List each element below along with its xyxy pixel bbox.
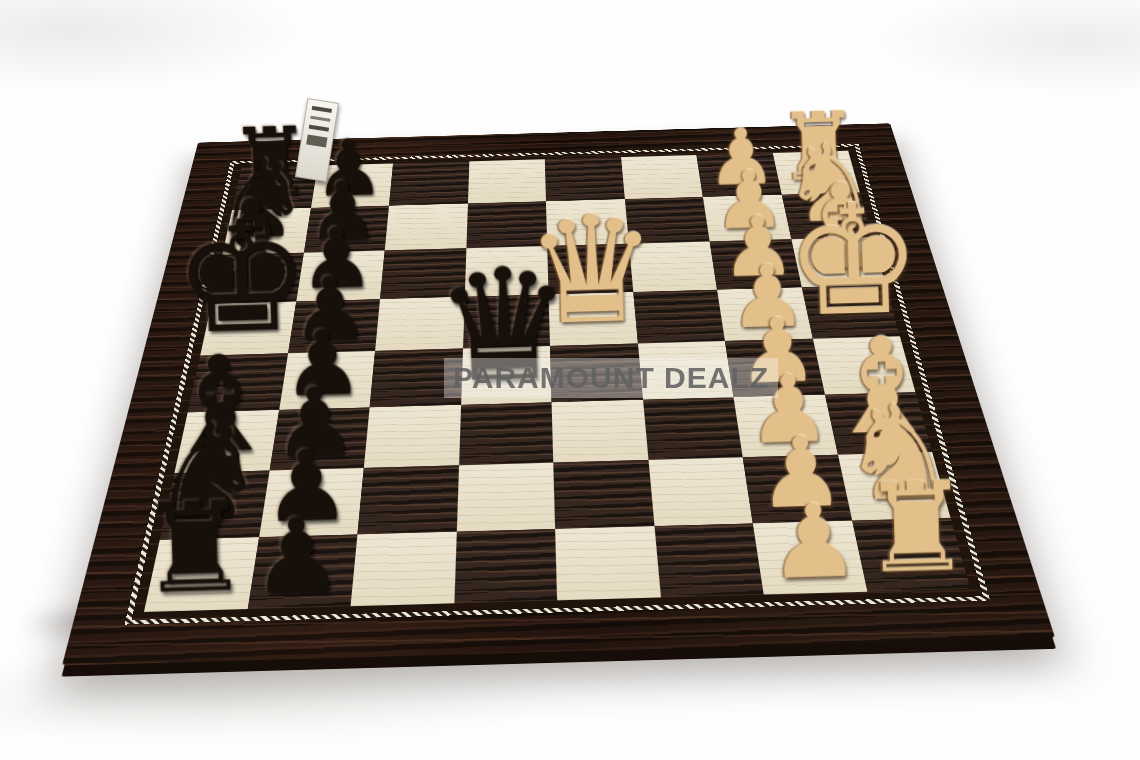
product-photo-scene: ♜♟♟♜♞♟♟♞♝♟♟♝♚♟♛♟♚♟♛♟♝♟♟♝♞♟♟♞♜♟♟♜ PARAMOU… xyxy=(0,0,1140,760)
square-c4[interactable] xyxy=(552,399,648,462)
square-a5[interactable] xyxy=(454,529,557,604)
black-pawn[interactable]: ♟ xyxy=(196,502,399,609)
watermark-text: PARAMOUNT DEALZ xyxy=(444,358,778,398)
square-b4[interactable] xyxy=(553,460,654,529)
square-b5[interactable] xyxy=(456,463,555,532)
square-a7[interactable]: ♟ xyxy=(247,534,357,609)
square-c5[interactable] xyxy=(459,402,554,465)
square-a1[interactable]: ♜ xyxy=(852,517,971,591)
square-a4[interactable] xyxy=(555,526,660,601)
white-rook[interactable]: ♜ xyxy=(815,464,1019,592)
